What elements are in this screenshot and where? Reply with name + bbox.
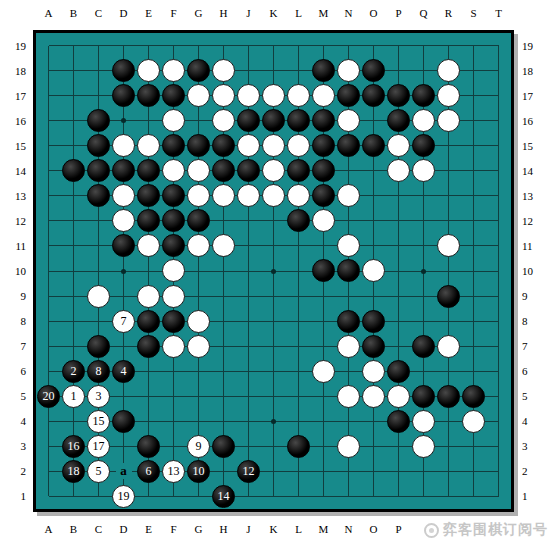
black-stone-O7 — [362, 335, 385, 358]
black-stone-R5 — [437, 385, 460, 408]
white-stone-F7 — [162, 335, 185, 358]
white-stone-O10 — [362, 259, 385, 282]
white-stone-L15 — [287, 134, 310, 157]
white-stone-M12 — [312, 209, 335, 232]
move-6-stone-E2: 6 — [137, 460, 160, 483]
white-stone-M17 — [312, 84, 335, 107]
white-stone-E11 — [137, 234, 160, 257]
col-label-G: G — [186, 522, 211, 535]
black-stone-D17 — [112, 84, 135, 107]
col-label-Q: Q — [411, 6, 436, 19]
white-stone-G7 — [187, 335, 210, 358]
black-stone-F8 — [162, 310, 185, 333]
white-stone-K17 — [262, 84, 285, 107]
row-label-19: 19 — [8, 33, 28, 58]
white-stone-F9 — [162, 285, 185, 308]
col-label-K: K — [261, 522, 286, 535]
black-stone-E13 — [137, 184, 160, 207]
move-20-stone-A5: 20 — [37, 385, 60, 408]
white-stone-N13 — [337, 184, 360, 207]
row-label-6: 6 — [8, 359, 28, 384]
watermark-logo-icon — [424, 523, 439, 538]
row-label-1: 1 — [8, 484, 28, 509]
black-stone-M15 — [312, 134, 335, 157]
col-label-N: N — [336, 522, 361, 535]
black-stone-M16 — [312, 109, 335, 132]
move-2-stone-B6: 2 — [62, 360, 85, 383]
white-stone-P14 — [387, 159, 410, 182]
white-stone-J15 — [237, 134, 260, 157]
white-stone-C9 — [87, 285, 110, 308]
black-stone-P17 — [387, 84, 410, 107]
move-4-stone-D6: 4 — [112, 360, 135, 383]
black-stone-E17 — [137, 84, 160, 107]
black-stone-H15 — [212, 134, 235, 157]
row-label-10: 10 — [8, 258, 28, 283]
black-stone-N8 — [337, 310, 360, 333]
white-stone-G11 — [187, 234, 210, 257]
move-12-stone-J2: 12 — [237, 460, 260, 483]
black-stone-D11 — [112, 234, 135, 257]
black-stone-R9 — [437, 285, 460, 308]
row-label-19: 19 — [520, 33, 540, 58]
white-stone-J17 — [237, 84, 260, 107]
black-stone-E12 — [137, 209, 160, 232]
col-label-P: P — [386, 6, 411, 19]
white-stone-F14 — [162, 159, 185, 182]
black-stone-E14 — [137, 159, 160, 182]
col-label-O: O — [361, 6, 386, 19]
white-stone-G13 — [187, 184, 210, 207]
white-stone-F10 — [162, 259, 185, 282]
white-stone-R18 — [437, 59, 460, 82]
white-stone-O6 — [362, 360, 385, 383]
black-stone-H3 — [212, 435, 235, 458]
white-stone-F18 — [162, 59, 185, 82]
col-label-K: K — [261, 6, 286, 19]
col-label-C: C — [86, 6, 111, 19]
col-label-R: R — [436, 6, 461, 19]
black-stone-C14 — [87, 159, 110, 182]
row-label-13: 13 — [520, 183, 540, 208]
row-label-5: 5 — [8, 384, 28, 409]
col-label-M: M — [311, 522, 336, 535]
white-stone-L13 — [287, 184, 310, 207]
watermark: 弈客围棋订阅号 — [402, 516, 548, 544]
col-label-D: D — [111, 522, 136, 535]
point-label-a-D2: a — [116, 463, 132, 479]
black-stone-M18 — [312, 59, 335, 82]
white-stone-P5 — [387, 385, 410, 408]
black-stone-F12 — [162, 209, 185, 232]
black-stone-D18 — [112, 59, 135, 82]
col-label-E: E — [136, 6, 161, 19]
black-stone-C7 — [87, 335, 110, 358]
row-label-6: 6 — [520, 359, 540, 384]
row-label-2: 2 — [8, 459, 28, 484]
black-stone-F15 — [162, 134, 185, 157]
black-stone-D4 — [112, 410, 135, 433]
col-label-H: H — [211, 6, 236, 19]
white-stone-N18 — [337, 59, 360, 82]
col-label-B: B — [61, 522, 86, 535]
black-stone-J16 — [237, 109, 260, 132]
black-stone-D14 — [112, 159, 135, 182]
board-grid: 72842013151617918561310121914a — [36, 33, 511, 509]
white-stone-H13 — [212, 184, 235, 207]
black-stone-L14 — [287, 159, 310, 182]
black-stone-N10 — [337, 259, 360, 282]
white-stone-E15 — [137, 134, 160, 157]
coords-left: 19181716151413121110987654321 — [8, 33, 28, 509]
white-stone-G17 — [187, 84, 210, 107]
row-label-4: 4 — [520, 409, 540, 434]
row-label-16: 16 — [8, 108, 28, 133]
move-18-stone-B2: 18 — [62, 460, 85, 483]
black-stone-E8 — [137, 310, 160, 333]
white-stone-Q4 — [412, 410, 435, 433]
row-label-7: 7 — [520, 334, 540, 359]
white-stone-N11 — [337, 234, 360, 257]
white-stone-H11 — [212, 234, 235, 257]
col-label-G: G — [186, 6, 211, 19]
white-stone-F16 — [162, 109, 185, 132]
move-7-stone-D8: 7 — [112, 310, 135, 333]
black-stone-G12 — [187, 209, 210, 232]
white-stone-K13 — [262, 184, 285, 207]
col-label-H: H — [211, 522, 236, 535]
black-stone-P6 — [387, 360, 410, 383]
black-stone-Q15 — [412, 134, 435, 157]
row-label-16: 16 — [520, 108, 540, 133]
black-stone-C15 — [87, 134, 110, 157]
kifu-page: ABCDEFGHJKLMNOPQRST ABCDEFGHJKLMNOPQRST … — [0, 0, 548, 544]
white-stone-N5 — [337, 385, 360, 408]
black-stone-F13 — [162, 184, 185, 207]
move-15-stone-C4: 15 — [87, 410, 110, 433]
watermark-text: 弈客围棋订阅号 — [443, 521, 548, 539]
black-stone-G15 — [187, 134, 210, 157]
row-label-12: 12 — [520, 208, 540, 233]
black-stone-P4 — [387, 410, 410, 433]
white-stone-R17 — [437, 84, 460, 107]
move-17-stone-C3: 17 — [87, 435, 110, 458]
white-stone-Q16 — [412, 109, 435, 132]
black-stone-M13 — [312, 184, 335, 207]
row-label-3: 3 — [8, 434, 28, 459]
white-stone-G14 — [187, 159, 210, 182]
row-label-14: 14 — [8, 158, 28, 183]
black-stone-B14 — [62, 159, 85, 182]
row-label-14: 14 — [520, 158, 540, 183]
col-label-C: C — [86, 522, 111, 535]
black-stone-O8 — [362, 310, 385, 333]
row-label-17: 17 — [8, 83, 28, 108]
white-stone-G8 — [187, 310, 210, 333]
black-stone-P16 — [387, 109, 410, 132]
col-label-F: F — [161, 522, 186, 535]
col-label-S: S — [461, 6, 486, 19]
black-stone-J14 — [237, 159, 260, 182]
move-1-stone-B5: 1 — [62, 385, 85, 408]
black-stone-M10 — [312, 259, 335, 282]
col-label-E: E — [136, 522, 161, 535]
black-stone-C13 — [87, 184, 110, 207]
black-stone-F17 — [162, 84, 185, 107]
black-stone-O17 — [362, 84, 385, 107]
black-stone-L16 — [287, 109, 310, 132]
row-label-11: 11 — [520, 233, 540, 258]
black-stone-O18 — [362, 59, 385, 82]
row-label-3: 3 — [520, 434, 540, 459]
row-label-8: 8 — [520, 309, 540, 334]
white-stone-E18 — [137, 59, 160, 82]
row-label-7: 7 — [8, 334, 28, 359]
col-label-F: F — [161, 6, 186, 19]
black-stone-O15 — [362, 134, 385, 157]
move-8-stone-C6: 8 — [87, 360, 110, 383]
black-stone-M14 — [312, 159, 335, 182]
row-label-12: 12 — [8, 208, 28, 233]
black-stone-N17 — [337, 84, 360, 107]
row-label-8: 8 — [8, 309, 28, 334]
white-stone-R7 — [437, 335, 460, 358]
black-stone-C16 — [87, 109, 110, 132]
row-label-9: 9 — [8, 284, 28, 309]
move-10-stone-G2: 10 — [187, 460, 210, 483]
col-label-L: L — [286, 6, 311, 19]
white-stone-D13 — [112, 184, 135, 207]
white-stone-R11 — [437, 234, 460, 257]
row-label-4: 4 — [8, 409, 28, 434]
white-stone-D15 — [112, 134, 135, 157]
move-3-stone-C5: 3 — [87, 385, 110, 408]
white-stone-K15 — [262, 134, 285, 157]
white-stone-N3 — [337, 435, 360, 458]
col-label-A: A — [36, 522, 61, 535]
move-19-stone-D1: 19 — [112, 485, 135, 508]
row-label-13: 13 — [8, 183, 28, 208]
col-label-D: D — [111, 6, 136, 19]
white-stone-Q3 — [412, 435, 435, 458]
black-stone-G18 — [187, 59, 210, 82]
col-label-T: T — [486, 6, 511, 19]
white-stone-E9 — [137, 285, 160, 308]
row-label-2: 2 — [520, 459, 540, 484]
white-stone-D12 — [112, 209, 135, 232]
white-stone-N7 — [337, 335, 360, 358]
white-stone-R16 — [437, 109, 460, 132]
black-stone-L12 — [287, 209, 310, 232]
white-stone-H17 — [212, 84, 235, 107]
black-stone-S5 — [462, 385, 485, 408]
white-stone-O5 — [362, 385, 385, 408]
row-label-17: 17 — [520, 83, 540, 108]
col-label-J: J — [236, 522, 261, 535]
black-stone-F11 — [162, 234, 185, 257]
go-board[interactable]: 72842013151617918561310121914a — [33, 30, 514, 512]
row-label-15: 15 — [8, 133, 28, 158]
coords-right: 19181716151413121110987654321 — [520, 33, 540, 509]
move-5-stone-C2: 5 — [87, 460, 110, 483]
white-stone-Q14 — [412, 159, 435, 182]
black-stone-N15 — [337, 134, 360, 157]
coords-top: ABCDEFGHJKLMNOPQRST — [36, 6, 511, 19]
white-stone-J13 — [237, 184, 260, 207]
black-stone-H14 — [212, 159, 235, 182]
move-13-stone-F2: 13 — [162, 460, 185, 483]
row-label-11: 11 — [8, 233, 28, 258]
row-label-5: 5 — [520, 384, 540, 409]
black-stone-Q7 — [412, 335, 435, 358]
white-stone-K14 — [262, 159, 285, 182]
col-label-O: O — [361, 522, 386, 535]
black-stone-E7 — [137, 335, 160, 358]
black-stone-L3 — [287, 435, 310, 458]
move-16-stone-B3: 16 — [62, 435, 85, 458]
white-stone-L17 — [287, 84, 310, 107]
row-label-9: 9 — [520, 284, 540, 309]
col-label-L: L — [286, 522, 311, 535]
black-stone-Q17 — [412, 84, 435, 107]
black-stone-E3 — [137, 435, 160, 458]
row-label-18: 18 — [520, 58, 540, 83]
white-stone-P15 — [387, 134, 410, 157]
white-stone-H18 — [212, 59, 235, 82]
black-stone-Q5 — [412, 385, 435, 408]
row-label-18: 18 — [8, 58, 28, 83]
col-label-N: N — [336, 6, 361, 19]
white-stone-S4 — [462, 410, 485, 433]
col-label-B: B — [61, 6, 86, 19]
black-stone-K16 — [262, 109, 285, 132]
white-stone-N16 — [337, 109, 360, 132]
col-label-M: M — [311, 6, 336, 19]
row-label-1: 1 — [520, 484, 540, 509]
move-9-stone-G3: 9 — [187, 435, 210, 458]
row-label-15: 15 — [520, 133, 540, 158]
white-stone-M6 — [312, 360, 335, 383]
move-14-stone-H1: 14 — [212, 485, 235, 508]
col-label-A: A — [36, 6, 61, 19]
row-label-10: 10 — [520, 258, 540, 283]
col-label-J: J — [236, 6, 261, 19]
white-stone-H16 — [212, 109, 235, 132]
